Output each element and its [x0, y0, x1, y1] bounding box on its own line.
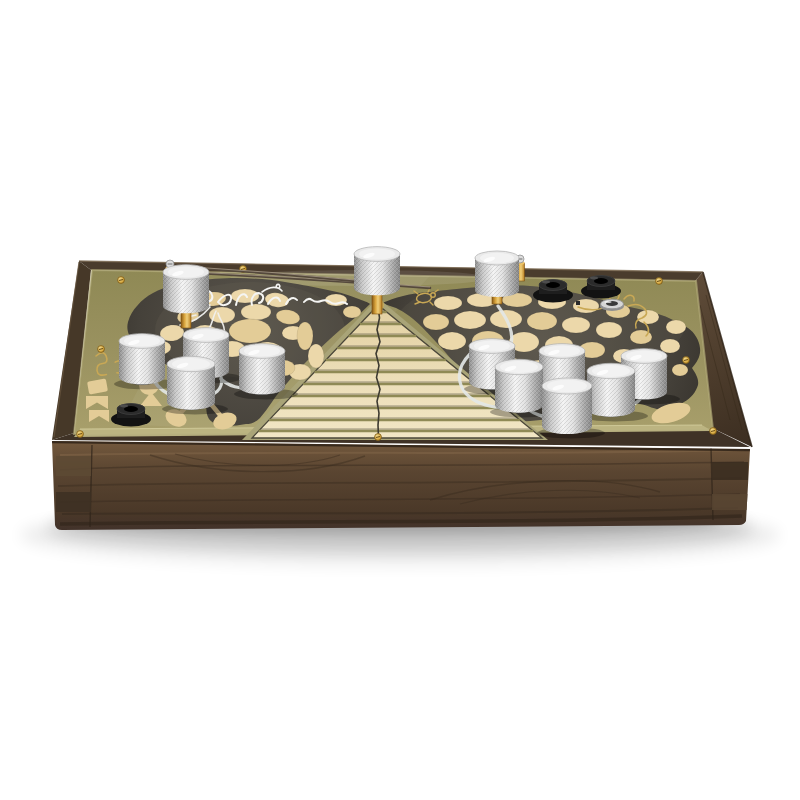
synthesizer-product-photo: [0, 0, 800, 800]
touch-pad: [308, 344, 324, 368]
touch-pad: [438, 332, 466, 350]
touch-pad: [229, 319, 271, 343]
touch-pad: [562, 317, 590, 333]
brass-screw: [656, 278, 663, 285]
touch-pad: [666, 320, 686, 334]
brass-screw: [118, 277, 125, 284]
touch-pad: [231, 289, 259, 303]
touch-pad: [434, 296, 462, 310]
finger-joint: [712, 494, 748, 510]
touch-pad: [672, 364, 688, 376]
finger-joint: [712, 462, 748, 480]
touch-pad: [454, 311, 486, 329]
brass-screw: [77, 431, 84, 438]
touch-pad: [596, 322, 622, 338]
brass-screw: [683, 357, 690, 364]
touch-pad: [527, 312, 557, 330]
touch-pad: [297, 322, 313, 350]
touch-pad: [423, 314, 449, 330]
touch-pad: [343, 306, 361, 318]
brass-screw: [98, 346, 105, 353]
smd-component: [576, 301, 580, 305]
brass-screw: [710, 428, 717, 435]
touch-pad: [660, 339, 680, 353]
touch-pad: [637, 310, 659, 324]
chrome-jack-nut: [600, 299, 624, 311]
finger-joint: [56, 492, 91, 512]
finger-joint: [56, 456, 91, 476]
product-photo-stage: [0, 0, 800, 800]
touch-pad: [241, 304, 271, 320]
brass-screw: [375, 434, 382, 441]
